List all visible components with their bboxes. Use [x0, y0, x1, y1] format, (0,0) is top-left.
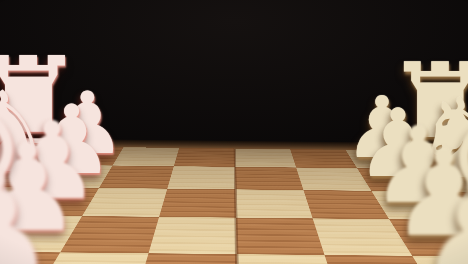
square-d4: [134, 253, 237, 264]
square-h5: [235, 149, 296, 168]
square-f5: [235, 189, 312, 218]
chess-photo-scene: ♜♞♝♛♚♝♞♜♟♟♟♟♟♟♟♟♟♟♟♟♟♟♟♟♜♞♝♛♚♝♞♜: [0, 0, 468, 264]
square-g5: [235, 167, 303, 190]
square-f4: [159, 189, 236, 218]
square-d7: [412, 256, 468, 264]
square-e4: [149, 217, 237, 254]
square-e5: [236, 218, 325, 255]
square-h3: [113, 147, 180, 166]
square-h4: [174, 148, 235, 167]
square-f3: [82, 188, 167, 217]
square-g3: [99, 166, 174, 189]
chessboard: [0, 146, 468, 264]
square-d2: [0, 252, 60, 264]
square-g4: [167, 166, 235, 189]
